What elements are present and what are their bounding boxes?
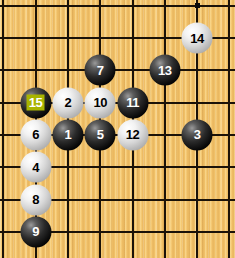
move-number-label: 9 <box>32 225 39 239</box>
move-number-label: 13 <box>158 63 171 77</box>
grid-line-horizontal <box>0 69 235 71</box>
move-number-label: 6 <box>32 128 39 142</box>
move-number-label: 2 <box>65 96 72 110</box>
move-number-label: 11 <box>126 96 139 110</box>
stone-black-1[interactable]: 1 <box>52 119 83 150</box>
move-number-label: 12 <box>126 128 139 142</box>
stone-white-4[interactable]: 4 <box>20 152 51 183</box>
stone-black-15[interactable]: 15 <box>20 87 51 118</box>
stone-black-13[interactable]: 13 <box>149 55 180 86</box>
grid-line-horizontal <box>0 5 235 7</box>
stone-black-7[interactable]: 7 <box>85 55 116 86</box>
stone-white-12[interactable]: 12 <box>117 119 148 150</box>
stone-white-14[interactable]: 14 <box>182 23 213 54</box>
move-number-label: 15 <box>27 95 44 111</box>
move-number-label: 14 <box>190 31 203 45</box>
move-number-label: 3 <box>194 128 201 142</box>
move-number-label: 4 <box>32 160 39 174</box>
star-point-icon <box>195 3 200 8</box>
stone-black-11[interactable]: 11 <box>117 87 148 118</box>
move-number-label: 5 <box>97 128 104 142</box>
stone-white-2[interactable]: 2 <box>52 87 83 118</box>
move-number-label: 10 <box>93 96 106 110</box>
go-board[interactable]: 123456789101112131415 <box>0 0 235 258</box>
stone-white-8[interactable]: 8 <box>20 184 51 215</box>
stone-black-5[interactable]: 5 <box>85 119 116 150</box>
stone-white-10[interactable]: 10 <box>85 87 116 118</box>
stone-black-3[interactable]: 3 <box>182 119 213 150</box>
stone-black-9[interactable]: 9 <box>20 216 51 247</box>
move-number-label: 1 <box>65 128 72 142</box>
move-number-label: 7 <box>97 63 104 77</box>
stone-white-6[interactable]: 6 <box>20 119 51 150</box>
move-number-label: 8 <box>32 193 39 207</box>
